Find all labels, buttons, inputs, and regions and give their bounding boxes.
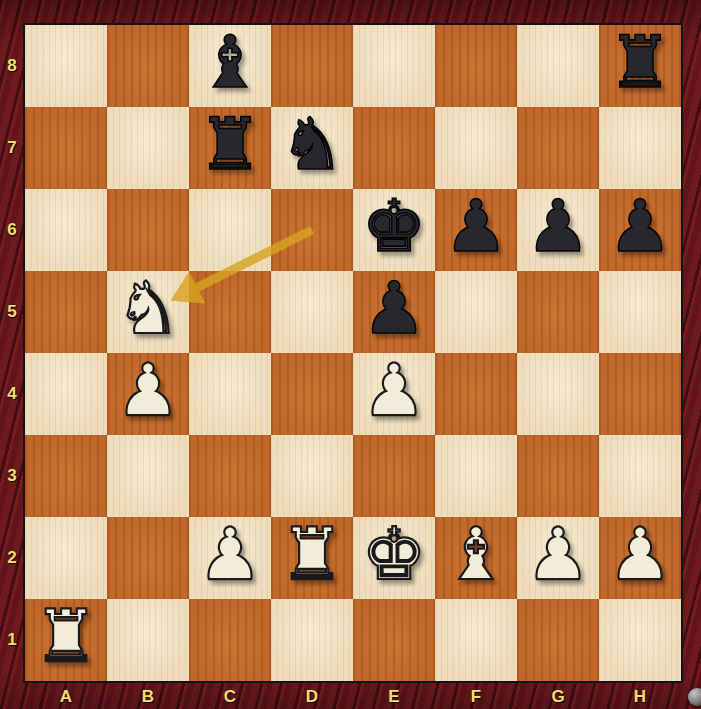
- square-g6[interactable]: ♟: [517, 189, 599, 271]
- square-b6[interactable]: [107, 189, 189, 271]
- square-g3[interactable]: [517, 435, 599, 517]
- square-a7[interactable]: [25, 107, 107, 189]
- square-d4[interactable]: [271, 353, 353, 435]
- chess-board: ♝♜♜♞♚♟♟♟♞♟♟♟♟♜♚♝♟♟♜: [23, 23, 683, 683]
- piece-black-knight[interactable]: ♞: [280, 103, 345, 185]
- square-f3[interactable]: [435, 435, 517, 517]
- file-label-f: F: [435, 687, 517, 707]
- square-d5[interactable]: [271, 271, 353, 353]
- square-c2[interactable]: ♟: [189, 517, 271, 599]
- rank-label-2: 2: [0, 548, 24, 568]
- square-c4[interactable]: [189, 353, 271, 435]
- square-h7[interactable]: [599, 107, 681, 189]
- square-b1[interactable]: [107, 599, 189, 681]
- file-label-d: D: [271, 687, 353, 707]
- square-g8[interactable]: [517, 25, 599, 107]
- file-label-e: E: [353, 687, 435, 707]
- square-d2[interactable]: ♜: [271, 517, 353, 599]
- piece-white-king[interactable]: ♚: [362, 513, 427, 595]
- square-b4[interactable]: ♟: [107, 353, 189, 435]
- square-f7[interactable]: [435, 107, 517, 189]
- square-h5[interactable]: [599, 271, 681, 353]
- square-e6[interactable]: ♚: [353, 189, 435, 271]
- rank-label-1: 1: [0, 630, 24, 650]
- square-a4[interactable]: [25, 353, 107, 435]
- square-a1[interactable]: ♜: [25, 599, 107, 681]
- square-d7[interactable]: ♞: [271, 107, 353, 189]
- square-g2[interactable]: ♟: [517, 517, 599, 599]
- square-f5[interactable]: [435, 271, 517, 353]
- piece-black-pawn[interactable]: ♟: [608, 185, 673, 267]
- file-label-a: A: [25, 687, 107, 707]
- square-f1[interactable]: [435, 599, 517, 681]
- square-c7[interactable]: ♜: [189, 107, 271, 189]
- square-d1[interactable]: [271, 599, 353, 681]
- square-b5[interactable]: ♞: [107, 271, 189, 353]
- square-f2[interactable]: ♝: [435, 517, 517, 599]
- square-a8[interactable]: [25, 25, 107, 107]
- rank-label-3: 3: [0, 466, 24, 486]
- file-label-g: G: [517, 687, 599, 707]
- piece-white-knight[interactable]: ♞: [116, 267, 181, 349]
- square-g4[interactable]: [517, 353, 599, 435]
- file-label-b: B: [107, 687, 189, 707]
- square-f8[interactable]: [435, 25, 517, 107]
- square-b8[interactable]: [107, 25, 189, 107]
- square-h2[interactable]: ♟: [599, 517, 681, 599]
- square-e1[interactable]: [353, 599, 435, 681]
- square-b3[interactable]: [107, 435, 189, 517]
- piece-black-king[interactable]: ♚: [362, 185, 427, 267]
- square-g1[interactable]: [517, 599, 599, 681]
- square-f6[interactable]: ♟: [435, 189, 517, 271]
- piece-white-pawn[interactable]: ♟: [526, 513, 591, 595]
- square-g5[interactable]: [517, 271, 599, 353]
- rank-label-6: 6: [0, 220, 24, 240]
- square-a5[interactable]: [25, 271, 107, 353]
- piece-white-pawn[interactable]: ♟: [608, 513, 673, 595]
- chess-diagram-frame: ♝♜♜♞♚♟♟♟♞♟♟♟♟♜♚♝♟♟♜ 87654321 ABCDEFGH: [0, 0, 701, 709]
- square-a3[interactable]: [25, 435, 107, 517]
- board-resize-handle[interactable]: [688, 688, 701, 706]
- square-g7[interactable]: [517, 107, 599, 189]
- piece-white-rook[interactable]: ♜: [280, 513, 345, 595]
- square-d6[interactable]: [271, 189, 353, 271]
- rank-label-4: 4: [0, 384, 24, 404]
- square-h3[interactable]: [599, 435, 681, 517]
- square-d3[interactable]: [271, 435, 353, 517]
- piece-white-bishop[interactable]: ♝: [444, 513, 509, 595]
- square-h6[interactable]: ♟: [599, 189, 681, 271]
- piece-black-bishop[interactable]: ♝: [198, 21, 263, 103]
- square-a6[interactable]: [25, 189, 107, 271]
- square-e2[interactable]: ♚: [353, 517, 435, 599]
- square-c5[interactable]: [189, 271, 271, 353]
- piece-black-pawn[interactable]: ♟: [444, 185, 509, 267]
- square-e3[interactable]: [353, 435, 435, 517]
- rank-label-5: 5: [0, 302, 24, 322]
- square-e5[interactable]: ♟: [353, 271, 435, 353]
- square-e8[interactable]: [353, 25, 435, 107]
- square-e7[interactable]: [353, 107, 435, 189]
- piece-black-rook[interactable]: ♜: [198, 103, 263, 185]
- square-a2[interactable]: [25, 517, 107, 599]
- square-c3[interactable]: [189, 435, 271, 517]
- piece-black-pawn[interactable]: ♟: [362, 267, 427, 349]
- piece-black-pawn[interactable]: ♟: [526, 185, 591, 267]
- piece-black-rook[interactable]: ♜: [608, 21, 673, 103]
- square-b7[interactable]: [107, 107, 189, 189]
- piece-white-pawn[interactable]: ♟: [198, 513, 263, 595]
- square-c1[interactable]: [189, 599, 271, 681]
- file-label-h: H: [599, 687, 681, 707]
- piece-white-pawn[interactable]: ♟: [116, 349, 181, 431]
- piece-white-pawn[interactable]: ♟: [362, 349, 427, 431]
- square-c6[interactable]: [189, 189, 271, 271]
- square-h4[interactable]: [599, 353, 681, 435]
- square-f4[interactable]: [435, 353, 517, 435]
- rank-label-7: 7: [0, 138, 24, 158]
- rank-label-8: 8: [0, 56, 24, 76]
- square-c8[interactable]: ♝: [189, 25, 271, 107]
- piece-white-rook[interactable]: ♜: [34, 595, 99, 677]
- square-d8[interactable]: [271, 25, 353, 107]
- square-e4[interactable]: ♟: [353, 353, 435, 435]
- file-label-c: C: [189, 687, 271, 707]
- square-h8[interactable]: ♜: [599, 25, 681, 107]
- square-b2[interactable]: [107, 517, 189, 599]
- square-h1[interactable]: [599, 599, 681, 681]
